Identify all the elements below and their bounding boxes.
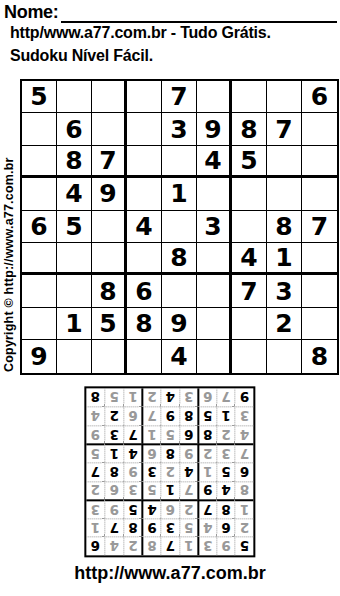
puzzle-cell-r2c7: 8 bbox=[232, 113, 267, 145]
solution-cell-r9c4: 3 bbox=[179, 388, 198, 407]
puzzle-cell-r3c7: 5 bbox=[232, 146, 267, 178]
solution-cell-r7c6: 1 bbox=[142, 425, 161, 444]
puzzle-cell-r8c5: 9 bbox=[162, 308, 197, 340]
solution-cell-r6c8: 1 bbox=[105, 444, 124, 463]
solution-cell-r8c3: 5 bbox=[198, 407, 217, 426]
solution-cell-r1c1: 5 bbox=[235, 537, 254, 556]
puzzle-cell-r1c2[interactable] bbox=[57, 81, 92, 113]
puzzle-cell-r6c7: 4 bbox=[232, 243, 267, 275]
solution-board-rotated: 5931782462645398711872645938497153626514… bbox=[84, 386, 255, 557]
puzzle-cell-r6c2[interactable] bbox=[57, 243, 92, 275]
puzzle-cell-r9c2[interactable] bbox=[57, 340, 92, 372]
puzzle-cell-r1c8[interactable] bbox=[267, 81, 302, 113]
solution-cell-r2c1: 2 bbox=[235, 518, 254, 537]
solution-cell-r9c9: 8 bbox=[86, 388, 105, 407]
solution-cell-r1c5: 7 bbox=[161, 537, 180, 556]
footer-url: http://www.a77.com.br bbox=[0, 563, 340, 584]
puzzle-cell-r2c9[interactable] bbox=[302, 113, 337, 145]
solution-cell-r8c6: 7 bbox=[142, 407, 161, 426]
solution-cell-r6c9: 5 bbox=[86, 444, 105, 463]
puzzle-cell-r2c3[interactable] bbox=[92, 113, 127, 145]
puzzle-cell-r3c4[interactable] bbox=[127, 146, 162, 178]
puzzle-cell-r4c9[interactable] bbox=[302, 178, 337, 210]
solution-cell-r9c5: 4 bbox=[161, 388, 180, 407]
solution-cell-r2c9: 1 bbox=[86, 518, 105, 537]
solution-cell-r8c5: 9 bbox=[161, 407, 180, 426]
solution-cell-r6c6: 6 bbox=[142, 444, 161, 463]
solution-cell-r1c7: 2 bbox=[124, 537, 143, 556]
puzzle-cell-r4c5: 1 bbox=[162, 178, 197, 210]
puzzle-cell-r7c8: 3 bbox=[267, 275, 302, 307]
puzzle-cell-r8c2: 1 bbox=[57, 308, 92, 340]
solution-cell-r1c8: 4 bbox=[105, 537, 124, 556]
puzzle-cell-r9c8[interactable] bbox=[267, 340, 302, 372]
puzzle-cell-r6c8: 1 bbox=[267, 243, 302, 275]
puzzle-cell-r7c1[interactable] bbox=[22, 275, 57, 307]
puzzle-cell-r6c1[interactable] bbox=[22, 243, 57, 275]
solution-cell-r4c6: 5 bbox=[142, 481, 161, 500]
puzzle-cell-r4c1[interactable] bbox=[22, 178, 57, 210]
puzzle-cell-r3c3: 7 bbox=[92, 146, 127, 178]
solution-cell-r6c3: 2 bbox=[198, 444, 217, 463]
solution-cell-r7c5: 5 bbox=[161, 425, 180, 444]
puzzle-cell-r7c4: 6 bbox=[127, 275, 162, 307]
solution-cell-r2c6: 9 bbox=[142, 518, 161, 537]
puzzle-cell-r7c2[interactable] bbox=[57, 275, 92, 307]
solution-cell-r1c6: 8 bbox=[142, 537, 161, 556]
solution-cell-r6c1: 7 bbox=[235, 444, 254, 463]
puzzle-cell-r9c1: 9 bbox=[22, 340, 57, 372]
solution-area: 5931782462645398711872645938497153626514… bbox=[0, 386, 340, 557]
solution-cell-r1c3: 3 bbox=[198, 537, 217, 556]
puzzle-cell-r4c6[interactable] bbox=[197, 178, 232, 210]
puzzle-cell-r5c4: 4 bbox=[127, 211, 162, 243]
solution-cell-r5c4: 4 bbox=[179, 462, 198, 481]
puzzle-cell-r8c8: 2 bbox=[267, 308, 302, 340]
puzzle-cell-r2c1[interactable] bbox=[22, 113, 57, 145]
puzzle-cell-r5c8: 8 bbox=[267, 211, 302, 243]
solution-cell-r1c2: 9 bbox=[216, 537, 235, 556]
puzzle-cell-r2c5: 3 bbox=[162, 113, 197, 145]
solution-cell-r9c2: 7 bbox=[216, 388, 235, 407]
solution-cell-r5c3: 1 bbox=[198, 462, 217, 481]
solution-cell-r9c1: 9 bbox=[235, 388, 254, 407]
puzzle-cell-r1c9: 6 bbox=[302, 81, 337, 113]
puzzle-cell-r4c4[interactable] bbox=[127, 178, 162, 210]
solution-cell-r2c8: 7 bbox=[105, 518, 124, 537]
puzzle-cell-r1c3[interactable] bbox=[92, 81, 127, 113]
puzzle-cell-r2c2: 6 bbox=[57, 113, 92, 145]
solution-cell-r4c2: 4 bbox=[216, 481, 235, 500]
solution-cell-r7c1: 4 bbox=[235, 425, 254, 444]
solution-cell-r4c3: 9 bbox=[198, 481, 217, 500]
puzzle-cell-r6c4[interactable] bbox=[127, 243, 162, 275]
site-url-heading: http/www.a77.com.br - Tudo Grátis. bbox=[10, 24, 271, 42]
solution-cell-r2c5: 3 bbox=[161, 518, 180, 537]
puzzle-cell-r9c3[interactable] bbox=[92, 340, 127, 372]
puzzle-cell-r5c5[interactable] bbox=[162, 211, 197, 243]
puzzle-cell-r9c9: 8 bbox=[302, 340, 337, 372]
solution-cell-r8c9: 4 bbox=[86, 407, 105, 426]
puzzle-cell-r1c6[interactable] bbox=[197, 81, 232, 113]
puzzle-cell-r8c3: 5 bbox=[92, 308, 127, 340]
solution-cell-r5c1: 6 bbox=[235, 462, 254, 481]
solution-cell-r8c7: 6 bbox=[124, 407, 143, 426]
puzzle-cell-r5c9: 7 bbox=[302, 211, 337, 243]
solution-cell-r5c9: 7 bbox=[86, 462, 105, 481]
puzzle-cell-r4c8[interactable] bbox=[267, 178, 302, 210]
solution-cell-r4c4: 7 bbox=[179, 481, 198, 500]
solution-cell-r8c1: 3 bbox=[235, 407, 254, 426]
solution-cell-r2c4: 5 bbox=[179, 518, 198, 537]
puzzle-cell-r7c5[interactable] bbox=[162, 275, 197, 307]
puzzle-cell-r7c3: 8 bbox=[92, 275, 127, 307]
solution-cell-r5c5: 2 bbox=[161, 462, 180, 481]
solution-cell-r6c2: 3 bbox=[216, 444, 235, 463]
solution-cell-r3c4: 2 bbox=[179, 500, 198, 519]
name-row: Nome: bbox=[4, 2, 337, 23]
solution-cell-r9c7: 1 bbox=[124, 388, 143, 407]
name-label: Nome: bbox=[4, 2, 59, 23]
solution-cell-r9c3: 6 bbox=[198, 388, 217, 407]
puzzle-cell-r5c1: 6 bbox=[22, 211, 57, 243]
puzzle-cell-r5c3[interactable] bbox=[92, 211, 127, 243]
solution-cell-r3c6: 4 bbox=[142, 500, 161, 519]
solution-cell-r3c8: 9 bbox=[105, 500, 124, 519]
puzzle-cell-r8c4: 8 bbox=[127, 308, 162, 340]
puzzle-cell-r6c5: 8 bbox=[162, 243, 197, 275]
puzzle-cell-r2c6: 9 bbox=[197, 113, 232, 145]
puzzle-cell-r8c6[interactable] bbox=[197, 308, 232, 340]
solution-cell-r7c8: 3 bbox=[105, 425, 124, 444]
solution-cell-r2c3: 4 bbox=[198, 518, 217, 537]
solution-cell-r7c3: 8 bbox=[198, 425, 217, 444]
solution-cell-r4c8: 6 bbox=[105, 481, 124, 500]
solution-cell-r7c2: 2 bbox=[216, 425, 235, 444]
solution-cell-r6c7: 4 bbox=[124, 444, 143, 463]
sudoku-board: 576639878745491654387841867315892948 bbox=[20, 79, 339, 375]
solution-cell-r7c9: 9 bbox=[86, 425, 105, 444]
solution-cell-r1c9: 6 bbox=[86, 537, 105, 556]
solution-cell-r5c8: 8 bbox=[105, 462, 124, 481]
solution-cell-r8c4: 8 bbox=[179, 407, 198, 426]
solution-cell-r4c9: 2 bbox=[86, 481, 105, 500]
puzzle-cell-r3c2: 8 bbox=[57, 146, 92, 178]
solution-cell-r3c9: 3 bbox=[86, 500, 105, 519]
solution-cell-r5c6: 3 bbox=[142, 462, 161, 481]
puzzle-cell-r9c6[interactable] bbox=[197, 340, 232, 372]
puzzle-cell-r7c6[interactable] bbox=[197, 275, 232, 307]
puzzle-cell-r6c3[interactable] bbox=[92, 243, 127, 275]
puzzle-cell-r3c6: 4 bbox=[197, 146, 232, 178]
puzzle-cell-r1c4[interactable] bbox=[127, 81, 162, 113]
solution-cell-r6c4: 9 bbox=[179, 444, 198, 463]
puzzle-cell-r1c5: 7 bbox=[162, 81, 197, 113]
copyright-vertical-text: Copyright © http://www.a77.com.br bbox=[2, 157, 16, 372]
solution-cell-r9c6: 2 bbox=[142, 388, 161, 407]
puzzle-cell-r7c9[interactable] bbox=[302, 275, 337, 307]
solution-cell-r5c7: 9 bbox=[124, 462, 143, 481]
puzzle-cell-r4c2: 4 bbox=[57, 178, 92, 210]
puzzle-cell-r8c1[interactable] bbox=[22, 308, 57, 340]
solution-cell-r7c7: 7 bbox=[124, 425, 143, 444]
solution-cell-r6c5: 8 bbox=[161, 444, 180, 463]
puzzle-cell-r3c5[interactable] bbox=[162, 146, 197, 178]
solution-cell-r3c2: 8 bbox=[216, 500, 235, 519]
puzzle-cell-r5c2: 5 bbox=[57, 211, 92, 243]
solution-cell-r5c2: 5 bbox=[216, 462, 235, 481]
solution-cell-r4c5: 1 bbox=[161, 481, 180, 500]
solution-cell-r2c2: 6 bbox=[216, 518, 235, 537]
solution-cell-r3c7: 5 bbox=[124, 500, 143, 519]
puzzle-cell-r8c9[interactable] bbox=[302, 308, 337, 340]
puzzle-cell-r3c1[interactable] bbox=[22, 146, 57, 178]
name-blank-line[interactable] bbox=[61, 2, 337, 23]
puzzle-cell-r6c6[interactable] bbox=[197, 243, 232, 275]
puzzle-cell-r5c7[interactable] bbox=[232, 211, 267, 243]
solution-cell-r2c7: 8 bbox=[124, 518, 143, 537]
puzzle-cell-r9c4[interactable] bbox=[127, 340, 162, 372]
solution-cell-r3c3: 7 bbox=[198, 500, 217, 519]
puzzle-cell-r5c6: 3 bbox=[197, 211, 232, 243]
solution-cell-r1c4: 1 bbox=[179, 537, 198, 556]
puzzle-cell-r9c5: 4 bbox=[162, 340, 197, 372]
puzzle-cell-r3c8[interactable] bbox=[267, 146, 302, 178]
sudoku-worksheet-page: Nome: http/www.a77.com.br - Tudo Grátis.… bbox=[0, 0, 340, 596]
difficulty-title: Sudoku Nível Fácil. bbox=[10, 47, 153, 65]
solution-cell-r4c7: 3 bbox=[124, 481, 143, 500]
puzzle-cell-r1c1: 5 bbox=[22, 81, 57, 113]
puzzle-cell-r6c9[interactable] bbox=[302, 243, 337, 275]
puzzle-cell-r1c7[interactable] bbox=[232, 81, 267, 113]
solution-cell-r7c4: 6 bbox=[179, 425, 198, 444]
solution-cell-r4c1: 8 bbox=[235, 481, 254, 500]
puzzle-cell-r4c3: 9 bbox=[92, 178, 127, 210]
solution-cell-r3c1: 1 bbox=[235, 500, 254, 519]
puzzle-cell-r2c4[interactable] bbox=[127, 113, 162, 145]
solution-cell-r8c8: 2 bbox=[105, 407, 124, 426]
puzzle-cell-r3c9[interactable] bbox=[302, 146, 337, 178]
solution-cell-r8c2: 1 bbox=[216, 407, 235, 426]
solution-cell-r9c8: 5 bbox=[105, 388, 124, 407]
puzzle-cell-r7c7: 7 bbox=[232, 275, 267, 307]
solution-cell-r3c5: 6 bbox=[161, 500, 180, 519]
puzzle-cell-r8c7[interactable] bbox=[232, 308, 267, 340]
puzzle-cell-r9c7[interactable] bbox=[232, 340, 267, 372]
puzzle-cell-r4c7[interactable] bbox=[232, 178, 267, 210]
puzzle-cell-r2c8: 7 bbox=[267, 113, 302, 145]
